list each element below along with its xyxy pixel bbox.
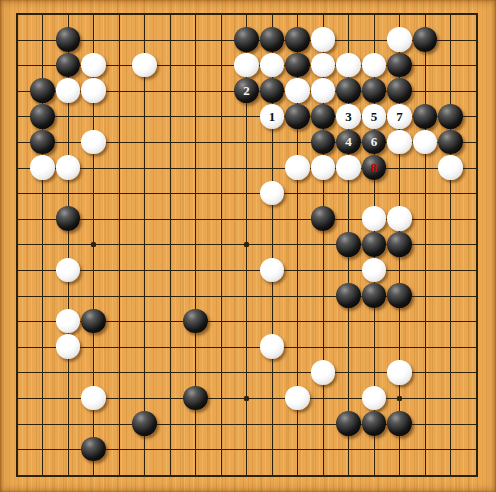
black-stone[interactable] — [387, 78, 412, 103]
black-stone[interactable] — [285, 53, 310, 78]
move-number-label: 4 — [345, 135, 352, 148]
black-stone[interactable] — [260, 78, 285, 103]
white-stone[interactable] — [56, 155, 81, 180]
white-stone[interactable] — [413, 130, 438, 155]
black-stone[interactable] — [311, 130, 336, 155]
move-4-stone[interactable]: 4 — [336, 130, 361, 155]
white-stone[interactable] — [260, 258, 285, 283]
black-stone[interactable] — [362, 78, 387, 103]
white-stone[interactable] — [311, 27, 336, 52]
white-stone[interactable] — [387, 27, 412, 52]
white-stone[interactable] — [311, 360, 336, 385]
black-stone[interactable] — [336, 283, 361, 308]
black-stone[interactable] — [362, 232, 387, 257]
white-stone[interactable] — [81, 78, 106, 103]
stones-grid: 21357468 — [4, 1, 489, 487]
move-6-stone[interactable]: 6 — [362, 130, 387, 155]
white-stone[interactable] — [336, 53, 361, 78]
black-stone[interactable] — [132, 411, 157, 436]
white-stone[interactable] — [132, 53, 157, 78]
white-stone[interactable] — [311, 53, 336, 78]
white-stone[interactable] — [260, 334, 285, 359]
black-stone[interactable] — [30, 104, 55, 129]
black-stone[interactable] — [30, 78, 55, 103]
white-stone[interactable] — [81, 386, 106, 411]
black-stone[interactable] — [336, 78, 361, 103]
black-stone[interactable] — [362, 283, 387, 308]
white-stone[interactable] — [336, 155, 361, 180]
move-5-stone[interactable]: 5 — [362, 104, 387, 129]
move-3-stone[interactable]: 3 — [336, 104, 361, 129]
black-stone[interactable] — [387, 411, 412, 436]
black-stone[interactable] — [183, 309, 208, 334]
go-board[interactable]: 21357468 — [0, 0, 496, 492]
white-stone[interactable] — [260, 181, 285, 206]
black-stone[interactable] — [387, 283, 412, 308]
white-stone[interactable] — [362, 386, 387, 411]
white-stone[interactable] — [81, 53, 106, 78]
white-stone[interactable] — [285, 386, 310, 411]
black-stone[interactable] — [387, 232, 412, 257]
move-number-label: 8 — [371, 161, 378, 174]
black-stone[interactable] — [30, 130, 55, 155]
black-stone[interactable] — [56, 53, 81, 78]
black-stone[interactable] — [234, 27, 259, 52]
white-stone[interactable] — [362, 53, 387, 78]
move-number-label: 2 — [243, 84, 250, 97]
black-stone[interactable] — [56, 27, 81, 52]
black-stone[interactable] — [311, 104, 336, 129]
white-stone[interactable] — [56, 78, 81, 103]
black-stone[interactable] — [387, 53, 412, 78]
black-stone[interactable] — [438, 104, 463, 129]
white-stone[interactable] — [260, 53, 285, 78]
white-stone[interactable] — [56, 309, 81, 334]
white-stone[interactable] — [387, 206, 412, 231]
white-stone[interactable] — [362, 206, 387, 231]
move-1-stone[interactable]: 1 — [260, 104, 285, 129]
black-stone[interactable] — [413, 104, 438, 129]
move-2-stone[interactable]: 2 — [234, 78, 259, 103]
black-stone[interactable] — [362, 411, 387, 436]
move-number-label: 5 — [371, 109, 378, 122]
black-stone[interactable] — [311, 206, 336, 231]
white-stone[interactable] — [56, 334, 81, 359]
white-stone[interactable] — [438, 155, 463, 180]
white-stone[interactable] — [81, 130, 106, 155]
move-8-stone[interactable]: 8 — [362, 155, 387, 180]
black-stone[interactable] — [336, 411, 361, 436]
move-number-label: 1 — [269, 109, 276, 122]
white-stone[interactable] — [387, 360, 412, 385]
white-stone[interactable] — [311, 78, 336, 103]
black-stone[interactable] — [285, 27, 310, 52]
black-stone[interactable] — [81, 309, 106, 334]
black-stone[interactable] — [336, 232, 361, 257]
white-stone[interactable] — [234, 53, 259, 78]
move-number-label: 7 — [396, 109, 403, 122]
black-stone[interactable] — [438, 130, 463, 155]
black-stone[interactable] — [56, 206, 81, 231]
white-stone[interactable] — [285, 155, 310, 180]
black-stone[interactable] — [413, 27, 438, 52]
black-stone[interactable] — [260, 27, 285, 52]
move-number-label: 3 — [345, 109, 352, 122]
black-stone[interactable] — [183, 386, 208, 411]
white-stone[interactable] — [387, 130, 412, 155]
black-stone[interactable] — [285, 104, 310, 129]
white-stone[interactable] — [56, 258, 81, 283]
black-stone[interactable] — [81, 437, 106, 462]
white-stone[interactable] — [285, 78, 310, 103]
white-stone[interactable] — [362, 258, 387, 283]
white-stone[interactable] — [311, 155, 336, 180]
move-number-label: 6 — [371, 135, 378, 148]
move-7-stone[interactable]: 7 — [387, 104, 412, 129]
white-stone[interactable] — [30, 155, 55, 180]
